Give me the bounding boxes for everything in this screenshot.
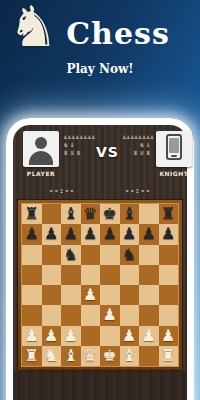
white-pawn-b2[interactable]: ♟ (44, 328, 58, 344)
square-b2[interactable]: ♟ (42, 326, 62, 346)
black-pawn-f7[interactable]: ♟ (122, 226, 136, 242)
square-d2[interactable] (81, 326, 101, 346)
bot-avatar (156, 131, 192, 167)
square-d6[interactable] (81, 245, 101, 265)
square-f4[interactable] (120, 285, 140, 305)
board-frame: ♜♝♛♚♝♜♟♟♟♟♟♟♟♟♞♞♟♟♟♟♟♟♟♟♜♞♝♛♚♝♜ (17, 199, 183, 371)
square-e4[interactable] (100, 285, 120, 305)
square-b4[interactable] (42, 285, 62, 305)
square-b5[interactable] (42, 265, 62, 285)
white-pawn-d4[interactable]: ♟ (83, 287, 97, 303)
black-knight-f6[interactable]: ♞ (122, 247, 136, 263)
player-name: PLAYER (27, 170, 55, 177)
player-timer: --:-- (49, 187, 75, 195)
square-a3[interactable] (22, 305, 42, 325)
white-rook-a1[interactable]: ♜ (25, 348, 39, 364)
square-e7[interactable]: ♟ (100, 224, 120, 244)
square-b8[interactable] (42, 204, 62, 224)
black-queen-d8[interactable]: ♛ (83, 206, 97, 222)
square-e3[interactable]: ♟ (100, 305, 120, 325)
wood-background (13, 371, 187, 400)
vs-label: VS (96, 144, 119, 160)
square-e6[interactable] (100, 245, 120, 265)
square-h1[interactable]: ♜ (159, 346, 179, 366)
square-h7[interactable]: ♟ (159, 224, 179, 244)
square-e8[interactable]: ♚ (100, 204, 120, 224)
bot-timer: --:-- (125, 187, 151, 195)
square-d8[interactable]: ♛ (81, 204, 101, 224)
square-a8[interactable]: ♜ (22, 204, 42, 224)
square-b1[interactable]: ♞ (42, 346, 62, 366)
square-g6[interactable] (139, 245, 159, 265)
square-c4[interactable] (61, 285, 81, 305)
black-king-e8[interactable]: ♚ (103, 206, 117, 222)
black-knight-c6[interactable]: ♞ (64, 247, 78, 263)
timer-row: --:-- --:-- (13, 183, 187, 198)
square-a5[interactable] (22, 265, 42, 285)
square-b6[interactable] (42, 245, 62, 265)
square-e1[interactable]: ♚ (100, 346, 120, 366)
black-rook-a8[interactable]: ♜ (25, 206, 39, 222)
white-pawn-h2[interactable]: ♟ (161, 328, 175, 344)
white-rook-h1[interactable]: ♜ (161, 348, 175, 364)
square-h8[interactable]: ♜ (159, 204, 179, 224)
square-g8[interactable] (139, 204, 159, 224)
knight-logo-icon: ♞ (8, 0, 58, 58)
white-pawn-f2[interactable]: ♟ (122, 328, 136, 344)
black-pawn-d7[interactable]: ♟ (83, 226, 97, 242)
square-b3[interactable] (42, 305, 62, 325)
square-c5[interactable] (61, 265, 81, 285)
black-pawn-e7[interactable]: ♟ (103, 226, 117, 242)
square-d4[interactable]: ♟ (81, 285, 101, 305)
square-c6[interactable]: ♞ (61, 245, 81, 265)
black-pawn-c7[interactable]: ♟ (64, 226, 78, 242)
white-pawn-e3[interactable]: ♟ (103, 307, 117, 323)
square-g2[interactable]: ♟ (139, 326, 159, 346)
square-e5[interactable] (100, 265, 120, 285)
square-g4[interactable] (139, 285, 159, 305)
bot-name: KNIGHT (159, 170, 188, 177)
black-pawn-a7[interactable]: ♟ (25, 226, 39, 242)
square-f5[interactable] (120, 265, 140, 285)
square-d7[interactable]: ♟ (81, 224, 101, 244)
play-now-label[interactable]: Play Now! (0, 62, 200, 76)
square-c3[interactable] (61, 305, 81, 325)
square-f6[interactable]: ♞ (120, 245, 140, 265)
white-queen-d1[interactable]: ♛ (83, 348, 97, 364)
square-a6[interactable] (22, 245, 42, 265)
person-icon (35, 137, 47, 149)
square-d3[interactable] (81, 305, 101, 325)
match-header: PLAYER ♟♟♟♟♟♟♟♟ ♞♝ ♜♛♜ VS ♟♟♟♟♟♟♟♟ ♞♝ ♜♛… (13, 125, 187, 183)
player-panel-left: PLAYER ♟♟♟♟♟♟♟♟ ♞♝ ♜♛♜ (22, 131, 96, 177)
player-panel-right: ♟♟♟♟♟♟♟♟ ♞♝ ♜♛♜ KNIGHT (119, 131, 193, 177)
square-g7[interactable]: ♟ (139, 224, 159, 244)
square-h6[interactable] (159, 245, 179, 265)
phone-icon (166, 134, 182, 160)
square-c1[interactable]: ♝ (61, 346, 81, 366)
black-bishop-f8[interactable]: ♝ (122, 206, 136, 222)
white-pawn-c2[interactable]: ♟ (64, 328, 78, 344)
square-h5[interactable] (159, 265, 179, 285)
square-g3[interactable] (139, 305, 159, 325)
square-a4[interactable] (22, 285, 42, 305)
square-c7[interactable]: ♟ (61, 224, 81, 244)
square-g1[interactable] (139, 346, 159, 366)
white-knight-b1[interactable]: ♞ (44, 348, 58, 364)
white-king-e1[interactable]: ♚ (103, 348, 117, 364)
square-c8[interactable]: ♝ (61, 204, 81, 224)
square-f3[interactable] (120, 305, 140, 325)
square-f2[interactable]: ♟ (120, 326, 140, 346)
captured-tray-left: ♟♟♟♟♟♟♟♟ ♞♝ ♜♛♜ (63, 133, 93, 157)
square-b7[interactable]: ♟ (42, 224, 62, 244)
square-h2[interactable]: ♟ (159, 326, 179, 346)
black-pawn-b7[interactable]: ♟ (44, 226, 58, 242)
square-f7[interactable]: ♟ (120, 224, 140, 244)
chess-board[interactable]: ♜♝♛♚♝♜♟♟♟♟♟♟♟♟♞♞♟♟♟♟♟♟♟♟♜♞♝♛♚♝♜ (21, 203, 179, 367)
square-a1[interactable]: ♜ (22, 346, 42, 366)
black-pawn-g7[interactable]: ♟ (142, 226, 156, 242)
black-bishop-c8[interactable]: ♝ (64, 206, 78, 222)
square-a7[interactable]: ♟ (22, 224, 42, 244)
ad-screen: ♞ Chess Play Now! PLAYER ♟♟♟♟♟♟♟♟ ♞♝ ♜♛♜ (0, 0, 200, 400)
square-f1[interactable]: ♝ (120, 346, 140, 366)
square-d5[interactable] (81, 265, 101, 285)
square-c2[interactable]: ♟ (61, 326, 81, 346)
square-a2[interactable]: ♟ (22, 326, 42, 346)
square-d1[interactable]: ♛ (81, 346, 101, 366)
white-bishop-f1[interactable]: ♝ (122, 348, 136, 364)
phone-frame: PLAYER ♟♟♟♟♟♟♟♟ ♞♝ ♜♛♜ VS ♟♟♟♟♟♟♟♟ ♞♝ ♜♛… (6, 118, 194, 400)
square-h4[interactable] (159, 285, 179, 305)
square-e2[interactable] (100, 326, 120, 346)
black-pawn-h7[interactable]: ♟ (161, 226, 175, 242)
black-rook-h8[interactable]: ♜ (161, 206, 175, 222)
square-g5[interactable] (139, 265, 159, 285)
white-pawn-g2[interactable]: ♟ (142, 328, 156, 344)
white-bishop-c1[interactable]: ♝ (64, 348, 78, 364)
captured-tray-right: ♟♟♟♟♟♟♟♟ ♞♝ ♜♛♜ (122, 133, 152, 157)
app-title: Chess (56, 16, 180, 51)
white-pawn-a2[interactable]: ♟ (25, 328, 39, 344)
square-h3[interactable] (159, 305, 179, 325)
player-avatar (23, 131, 59, 167)
hero-banner: ♞ Chess Play Now! (0, 0, 200, 118)
square-f8[interactable]: ♝ (120, 204, 140, 224)
